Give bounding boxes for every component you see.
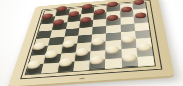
square-r7-c8[interactable] <box>136 47 153 57</box>
square-r8-c5[interactable] <box>89 59 105 70</box>
square-r8-c4[interactable] <box>73 60 90 71</box>
square-r8-c2[interactable] <box>41 63 59 74</box>
checkers-grid <box>25 2 154 74</box>
square-r2-c5[interactable] <box>93 12 106 20</box>
square-r7-c4[interactable] <box>74 51 90 61</box>
square-r4-c2[interactable] <box>50 29 65 38</box>
square-r3-c4[interactable] <box>79 20 93 28</box>
board-frame-outer-line <box>20 0 162 79</box>
square-r3-c6[interactable] <box>106 18 120 26</box>
board-frame-inner-line <box>24 2 155 75</box>
square-r4-c4[interactable] <box>78 27 93 36</box>
brand-stamp <box>79 77 85 79</box>
square-r5-c6[interactable] <box>105 32 120 41</box>
square-r8-c3[interactable] <box>57 61 74 72</box>
checkers-board <box>7 0 174 86</box>
square-r6-c7[interactable] <box>120 39 136 49</box>
square-r8-c7[interactable] <box>121 57 138 68</box>
square-r8-c6[interactable] <box>105 58 121 69</box>
board-perspective-wrapper <box>7 0 174 86</box>
square-r8-c1[interactable] <box>25 64 43 75</box>
photo-background <box>0 0 183 86</box>
square-r4-c3[interactable] <box>64 28 79 37</box>
square-r8-c8[interactable] <box>137 56 154 67</box>
